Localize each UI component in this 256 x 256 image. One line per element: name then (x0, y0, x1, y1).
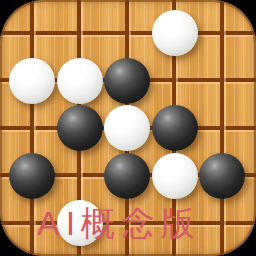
board-cell-a2 (8, 57, 56, 105)
stone-black (199, 153, 245, 199)
stone-black (57, 105, 103, 151)
board-cell-d3 (151, 104, 199, 152)
stone-white (152, 153, 198, 199)
board-cell-c2 (103, 57, 151, 105)
board-cell-d4 (151, 152, 199, 200)
board-cell-a3 (8, 104, 56, 152)
board-cell-b3 (56, 104, 104, 152)
board-cell-e4 (198, 152, 246, 200)
board-cell-e5 (198, 199, 246, 247)
board-cell-e3 (198, 104, 246, 152)
go-app-icon[interactable]: AI概念版 (0, 0, 256, 256)
board-cell-b2 (56, 57, 104, 105)
board-cell-d1 (151, 9, 199, 57)
app-label: AI概念版 (37, 204, 201, 242)
stone-white (9, 58, 55, 104)
board-cell-c3 (103, 104, 151, 152)
stone-black (104, 58, 150, 104)
board-cell-e2 (198, 57, 246, 105)
board-cell-d2 (151, 57, 199, 105)
stone-white (57, 58, 103, 104)
board-cell-c4 (103, 152, 151, 200)
board-cell-a1 (8, 9, 56, 57)
stone-black (9, 153, 55, 199)
stone-white (104, 105, 150, 151)
board-cell-e1 (198, 9, 246, 57)
stone-black (104, 153, 150, 199)
board-cell-a4 (8, 152, 56, 200)
board-cell-c1 (103, 9, 151, 57)
board-cell-b1 (56, 9, 104, 57)
stone-white (152, 10, 198, 56)
board-cell-b4 (56, 152, 104, 200)
stone-black (152, 105, 198, 151)
